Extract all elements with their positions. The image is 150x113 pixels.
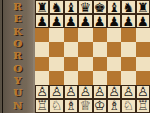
piece-white-queen[interactable]: ♕ bbox=[79, 99, 91, 112]
title-letter: K bbox=[14, 27, 23, 37]
title-letter: N bbox=[13, 101, 22, 111]
square-g4[interactable] bbox=[121, 57, 135, 71]
square-f6[interactable] bbox=[107, 28, 121, 42]
piece-black-pawn[interactable]: ♟ bbox=[36, 14, 48, 27]
piece-black-knight[interactable]: ♞ bbox=[51, 0, 63, 13]
square-f3[interactable] bbox=[107, 71, 121, 85]
square-a2[interactable]: ♙ bbox=[35, 85, 49, 99]
square-e2[interactable]: ♙ bbox=[93, 85, 107, 99]
piece-black-pawn[interactable]: ♟ bbox=[51, 14, 63, 27]
piece-black-pawn[interactable]: ♟ bbox=[137, 14, 149, 27]
chess-board[interactable]: ♜♞♝♛♚♝♞♜♟♟♟♟♟♟♟♟♙♙♙♙♙♙♙♙♖♘♗♕♔♗♘♖ bbox=[35, 0, 150, 113]
square-d5[interactable] bbox=[78, 42, 92, 56]
square-e5[interactable] bbox=[93, 42, 107, 56]
square-f1[interactable]: ♗ bbox=[107, 99, 121, 113]
square-d3[interactable] bbox=[78, 71, 92, 85]
square-h4[interactable] bbox=[136, 57, 150, 71]
square-h6[interactable] bbox=[136, 28, 150, 42]
square-h5[interactable] bbox=[136, 42, 150, 56]
square-b1[interactable]: ♘ bbox=[49, 99, 63, 113]
piece-white-knight[interactable]: ♘ bbox=[123, 99, 135, 112]
square-d1[interactable]: ♕ bbox=[78, 99, 92, 113]
square-f7[interactable]: ♟ bbox=[107, 14, 121, 28]
square-c4[interactable] bbox=[64, 57, 78, 71]
square-g6[interactable] bbox=[121, 28, 135, 42]
square-d2[interactable]: ♙ bbox=[78, 85, 92, 99]
square-c1[interactable]: ♗ bbox=[64, 99, 78, 113]
square-b2[interactable]: ♙ bbox=[49, 85, 63, 99]
piece-white-pawn[interactable]: ♙ bbox=[94, 85, 106, 98]
piece-white-pawn[interactable]: ♙ bbox=[65, 85, 77, 98]
square-d7[interactable]: ♟ bbox=[78, 14, 92, 28]
title-letter: O bbox=[14, 39, 23, 49]
piece-black-knight[interactable]: ♞ bbox=[123, 0, 135, 13]
chess-game-window: R E K O R O Y U N ♜♞♝♛♚♝♞♜♟♟♟♟♟♟♟♟♙♙♙♙♙♙… bbox=[0, 0, 150, 113]
square-c6[interactable] bbox=[64, 28, 78, 42]
piece-black-king[interactable]: ♚ bbox=[94, 0, 106, 13]
piece-white-pawn[interactable]: ♙ bbox=[137, 85, 149, 98]
square-g2[interactable]: ♙ bbox=[121, 85, 135, 99]
square-a4[interactable] bbox=[35, 57, 49, 71]
piece-white-king[interactable]: ♔ bbox=[94, 99, 106, 112]
title-letter: Y bbox=[14, 76, 21, 86]
square-b7[interactable]: ♟ bbox=[49, 14, 63, 28]
title-panel: R E K O R O Y U N bbox=[0, 0, 35, 113]
square-f4[interactable] bbox=[107, 57, 121, 71]
square-g5[interactable] bbox=[121, 42, 135, 56]
square-c2[interactable]: ♙ bbox=[64, 85, 78, 99]
title-letter: R bbox=[14, 2, 22, 12]
piece-white-knight[interactable]: ♘ bbox=[51, 99, 63, 112]
square-h1[interactable]: ♖ bbox=[136, 99, 150, 113]
square-e4[interactable] bbox=[93, 57, 107, 71]
piece-black-rook[interactable]: ♜ bbox=[36, 0, 48, 13]
piece-white-bishop[interactable]: ♗ bbox=[108, 99, 120, 112]
square-a6[interactable] bbox=[35, 28, 49, 42]
square-e7[interactable]: ♟ bbox=[93, 14, 107, 28]
square-f5[interactable] bbox=[107, 42, 121, 56]
square-b8[interactable]: ♞ bbox=[49, 0, 63, 14]
square-b5[interactable] bbox=[49, 42, 63, 56]
square-h3[interactable] bbox=[136, 71, 150, 85]
square-g1[interactable]: ♘ bbox=[121, 99, 135, 113]
square-c5[interactable] bbox=[64, 42, 78, 56]
square-h2[interactable]: ♙ bbox=[136, 85, 150, 99]
piece-black-pawn[interactable]: ♟ bbox=[94, 14, 106, 27]
square-g3[interactable] bbox=[121, 71, 135, 85]
piece-black-pawn[interactable]: ♟ bbox=[79, 14, 91, 27]
piece-white-bishop[interactable]: ♗ bbox=[65, 99, 77, 112]
square-b3[interactable] bbox=[49, 71, 63, 85]
title-letter: R bbox=[14, 51, 22, 61]
piece-white-pawn[interactable]: ♙ bbox=[36, 85, 48, 98]
square-g8[interactable]: ♞ bbox=[121, 0, 135, 14]
square-a5[interactable] bbox=[35, 42, 49, 56]
square-d8[interactable]: ♛ bbox=[78, 0, 92, 14]
square-a7[interactable]: ♟ bbox=[35, 14, 49, 28]
square-c8[interactable]: ♝ bbox=[64, 0, 78, 14]
square-a8[interactable]: ♜ bbox=[35, 0, 49, 14]
piece-white-pawn[interactable]: ♙ bbox=[108, 85, 120, 98]
square-c7[interactable]: ♟ bbox=[64, 14, 78, 28]
square-e1[interactable]: ♔ bbox=[93, 99, 107, 113]
piece-black-rook[interactable]: ♜ bbox=[137, 0, 149, 13]
piece-white-pawn[interactable]: ♙ bbox=[51, 85, 63, 98]
piece-white-rook[interactable]: ♖ bbox=[36, 99, 48, 112]
square-c3[interactable] bbox=[64, 71, 78, 85]
piece-black-bishop[interactable]: ♝ bbox=[108, 0, 120, 13]
title-letter: E bbox=[14, 14, 22, 24]
piece-black-pawn[interactable]: ♟ bbox=[65, 14, 77, 27]
piece-white-pawn[interactable]: ♙ bbox=[79, 85, 91, 98]
piece-black-queen[interactable]: ♛ bbox=[79, 0, 91, 13]
square-b4[interactable] bbox=[49, 57, 63, 71]
square-a3[interactable] bbox=[35, 71, 49, 85]
title-letter: O bbox=[14, 64, 23, 74]
square-f2[interactable]: ♙ bbox=[107, 85, 121, 99]
square-e8[interactable]: ♚ bbox=[93, 0, 107, 14]
square-a1[interactable]: ♖ bbox=[35, 99, 49, 113]
title-letter: U bbox=[14, 88, 23, 98]
square-h7[interactable]: ♟ bbox=[136, 14, 150, 28]
piece-black-bishop[interactable]: ♝ bbox=[65, 0, 77, 13]
square-b6[interactable] bbox=[49, 28, 63, 42]
piece-white-pawn[interactable]: ♙ bbox=[123, 85, 135, 98]
square-f8[interactable]: ♝ bbox=[107, 0, 121, 14]
piece-white-rook[interactable]: ♖ bbox=[137, 99, 149, 112]
square-d4[interactable] bbox=[78, 57, 92, 71]
piece-black-pawn[interactable]: ♟ bbox=[123, 14, 135, 27]
square-e3[interactable] bbox=[93, 71, 107, 85]
square-h8[interactable]: ♜ bbox=[136, 0, 150, 14]
piece-black-pawn[interactable]: ♟ bbox=[108, 14, 120, 27]
square-g7[interactable]: ♟ bbox=[121, 14, 135, 28]
square-e6[interactable] bbox=[93, 28, 107, 42]
square-d6[interactable] bbox=[78, 28, 92, 42]
